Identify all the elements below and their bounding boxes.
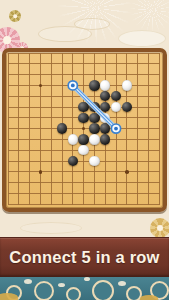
wave-pattern-decoration bbox=[0, 277, 169, 300]
stone-black bbox=[78, 134, 89, 145]
stone-black bbox=[100, 134, 111, 145]
stone-black bbox=[57, 123, 68, 134]
gold-flower-decoration bbox=[150, 218, 169, 238]
stone-black bbox=[100, 91, 111, 102]
grid-line-horizontal bbox=[8, 182, 160, 183]
olive-flower-decoration bbox=[9, 10, 21, 22]
gomoku-board[interactable] bbox=[2, 48, 167, 212]
banner: Connect 5 in a row bbox=[0, 237, 169, 278]
stone-black bbox=[111, 91, 122, 102]
grid-line-vertical bbox=[159, 53, 160, 205]
stone-black bbox=[89, 80, 100, 91]
stone-white bbox=[100, 113, 111, 124]
grid-line-vertical bbox=[148, 53, 149, 205]
banner-text: Connect 5 in a row bbox=[0, 238, 169, 276]
stone-white bbox=[122, 80, 133, 91]
cloud-decoration bbox=[38, 26, 92, 42]
stone-black bbox=[89, 123, 100, 134]
stone-white bbox=[111, 102, 122, 113]
stone-white bbox=[89, 134, 100, 145]
stone-white bbox=[100, 80, 111, 91]
grid-line-horizontal bbox=[8, 193, 160, 194]
star-point bbox=[39, 170, 43, 174]
cloud-right-decoration bbox=[118, 30, 166, 47]
cloud-bottom-decoration bbox=[20, 222, 82, 234]
star-point bbox=[125, 170, 129, 174]
stone-black bbox=[100, 102, 111, 113]
firework-burst-small-decoration bbox=[128, 0, 169, 32]
stone-black bbox=[68, 156, 79, 167]
star-point bbox=[82, 127, 86, 131]
stone-black bbox=[122, 102, 133, 113]
stone-white bbox=[89, 156, 100, 167]
stone-white bbox=[68, 134, 79, 145]
board-grid bbox=[6, 52, 163, 208]
stone-white bbox=[78, 145, 89, 156]
stone-black bbox=[89, 113, 100, 124]
stone-black bbox=[89, 102, 100, 113]
stone-black bbox=[78, 102, 89, 113]
star-point bbox=[39, 84, 43, 88]
stone-black bbox=[78, 113, 89, 124]
grid-line-horizontal bbox=[8, 204, 160, 205]
stone-black bbox=[100, 123, 111, 134]
app-root: Connect 5 in a row bbox=[0, 0, 169, 300]
firework-burst-decoration bbox=[55, 0, 135, 44]
cloud-decoration bbox=[74, 18, 110, 30]
